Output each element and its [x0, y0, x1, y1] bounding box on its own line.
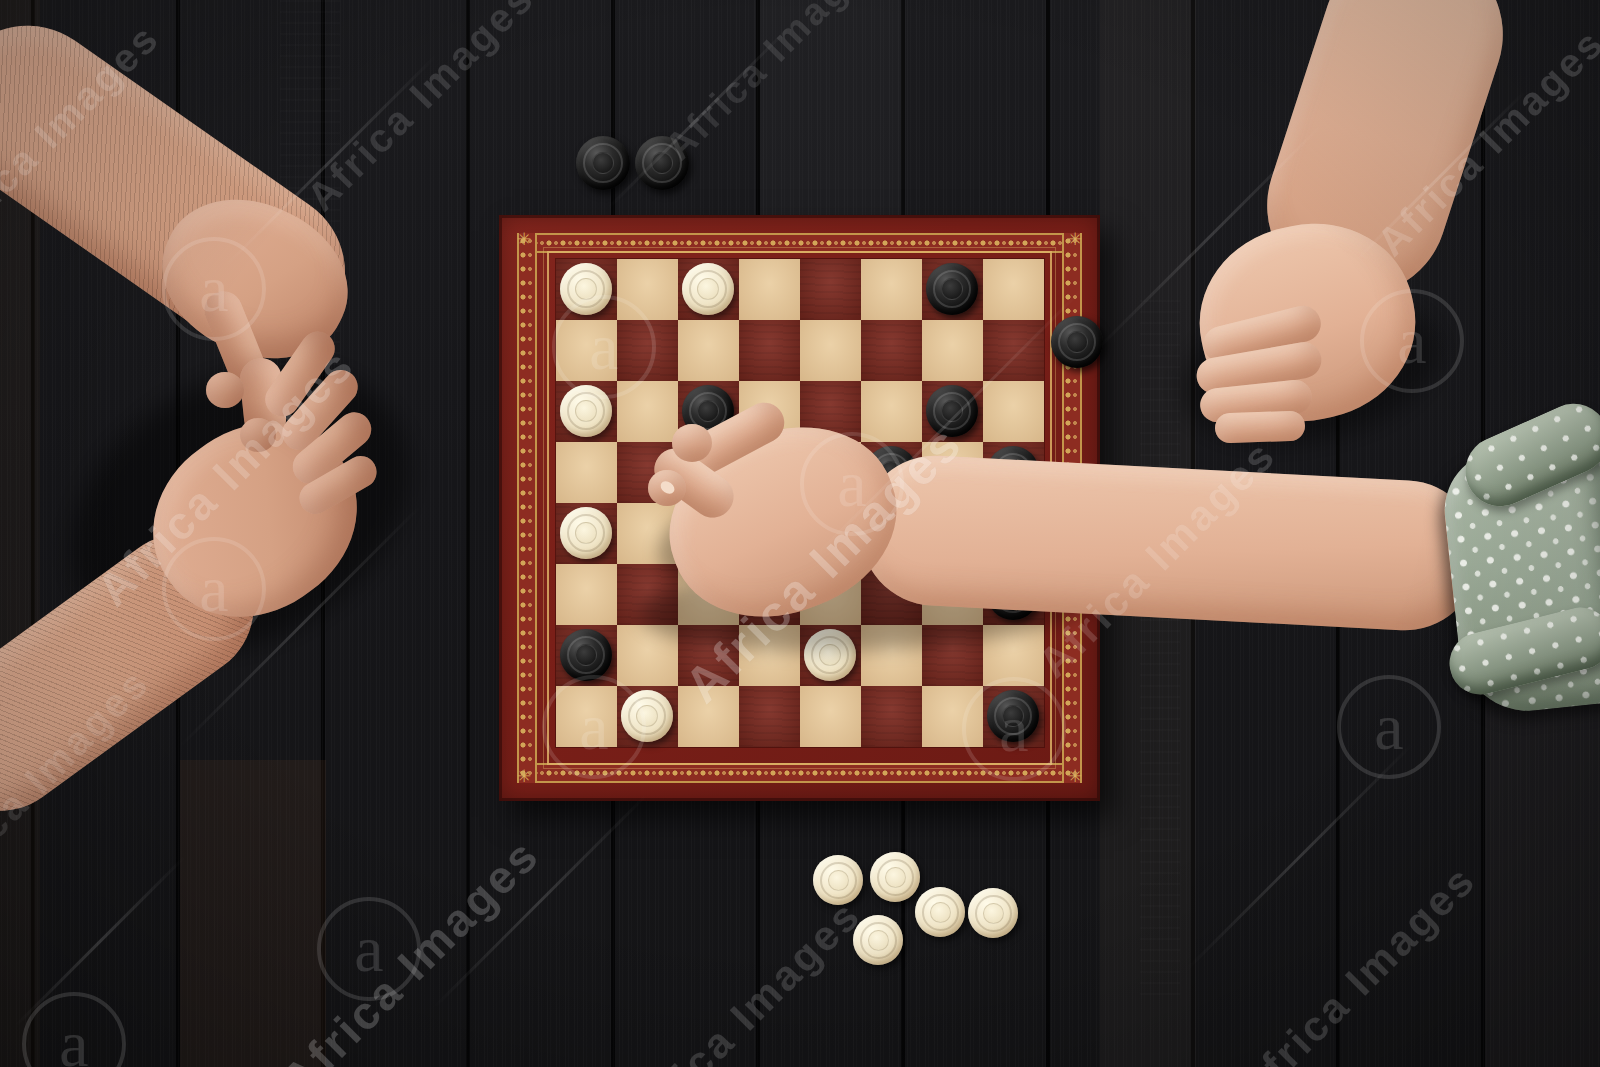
cell-r0c0: [556, 259, 617, 320]
cell-r7c2: [678, 686, 739, 747]
cell-r1c1: [617, 320, 678, 381]
frame-ornament-top: [517, 233, 1082, 253]
cell-r6c7: [983, 625, 1044, 686]
white-piece: [560, 507, 612, 559]
cell-r7c3: [739, 686, 800, 747]
cell-r6c1: [617, 625, 678, 686]
cell-r5c1: [617, 564, 678, 625]
captured-white-piece: [968, 888, 1018, 938]
captured-white-piece: [915, 887, 965, 937]
cell-r6c3: [739, 625, 800, 686]
frame-ornament-bottom: [517, 763, 1082, 783]
corner-rosette-icon: ✳: [1065, 231, 1085, 248]
cell-r0c7: [983, 259, 1044, 320]
cell-r0c1: [617, 259, 678, 320]
captured-black-piece: [635, 136, 689, 190]
cell-r7c4: [800, 686, 861, 747]
cell-r3c0: [556, 442, 617, 503]
captured-white-piece: [853, 915, 903, 965]
corner-rosette-icon: ✳: [514, 768, 534, 785]
cell-r6c4: [800, 625, 861, 686]
frame-ornament-left: [517, 233, 537, 783]
man-thumbtip: [240, 418, 276, 452]
white-piece: [804, 629, 856, 681]
cell-r1c6: [922, 320, 983, 381]
frame-edge-black-piece: [1051, 316, 1103, 368]
black-piece: [926, 263, 978, 315]
cell-r4c0: [556, 503, 617, 564]
cell-r7c6: [922, 686, 983, 747]
captured-black-piece: [576, 136, 630, 190]
cell-r7c1: [617, 686, 678, 747]
cell-r0c3: [739, 259, 800, 320]
cell-r0c6: [922, 259, 983, 320]
corner-rosette-icon: ✳: [514, 231, 534, 248]
cell-r6c5: [861, 625, 922, 686]
white-piece: [560, 263, 612, 315]
cell-r2c5: [861, 381, 922, 442]
white-piece: [621, 690, 673, 742]
cell-r2c7: [983, 381, 1044, 442]
cell-r6c2: [678, 625, 739, 686]
cell-r1c3: [739, 320, 800, 381]
captured-white-piece: [813, 855, 863, 905]
cell-r2c1: [617, 381, 678, 442]
cell-r0c5: [861, 259, 922, 320]
black-piece: [987, 690, 1039, 742]
cell-r2c6: [922, 381, 983, 442]
white-piece: [682, 263, 734, 315]
cell-r0c4: [800, 259, 861, 320]
cell-r5c0: [556, 564, 617, 625]
corner-rosette-icon: ✳: [1065, 768, 1085, 785]
photo-stage: ✳ ✳ ✳ ✳ Africa ImagesAfrica ImagesAfric: [0, 0, 1600, 1067]
cell-r1c0: [556, 320, 617, 381]
black-piece: [560, 629, 612, 681]
captured-white-piece: [870, 852, 920, 902]
cell-r0c2: [678, 259, 739, 320]
cell-r1c7: [983, 320, 1044, 381]
cell-r6c0: [556, 625, 617, 686]
cell-r1c4: [800, 320, 861, 381]
black-piece: [926, 385, 978, 437]
cell-r7c0: [556, 686, 617, 747]
white-piece: [560, 385, 612, 437]
cell-r7c7: [983, 686, 1044, 747]
man-fingertip: [206, 372, 244, 408]
cell-r1c2: [678, 320, 739, 381]
woman-curled-pinky: [1215, 410, 1306, 443]
cell-r7c5: [861, 686, 922, 747]
cell-r2c0: [556, 381, 617, 442]
cell-r6c6: [922, 625, 983, 686]
woman-index-fingertip: [672, 424, 712, 462]
cell-r1c5: [861, 320, 922, 381]
